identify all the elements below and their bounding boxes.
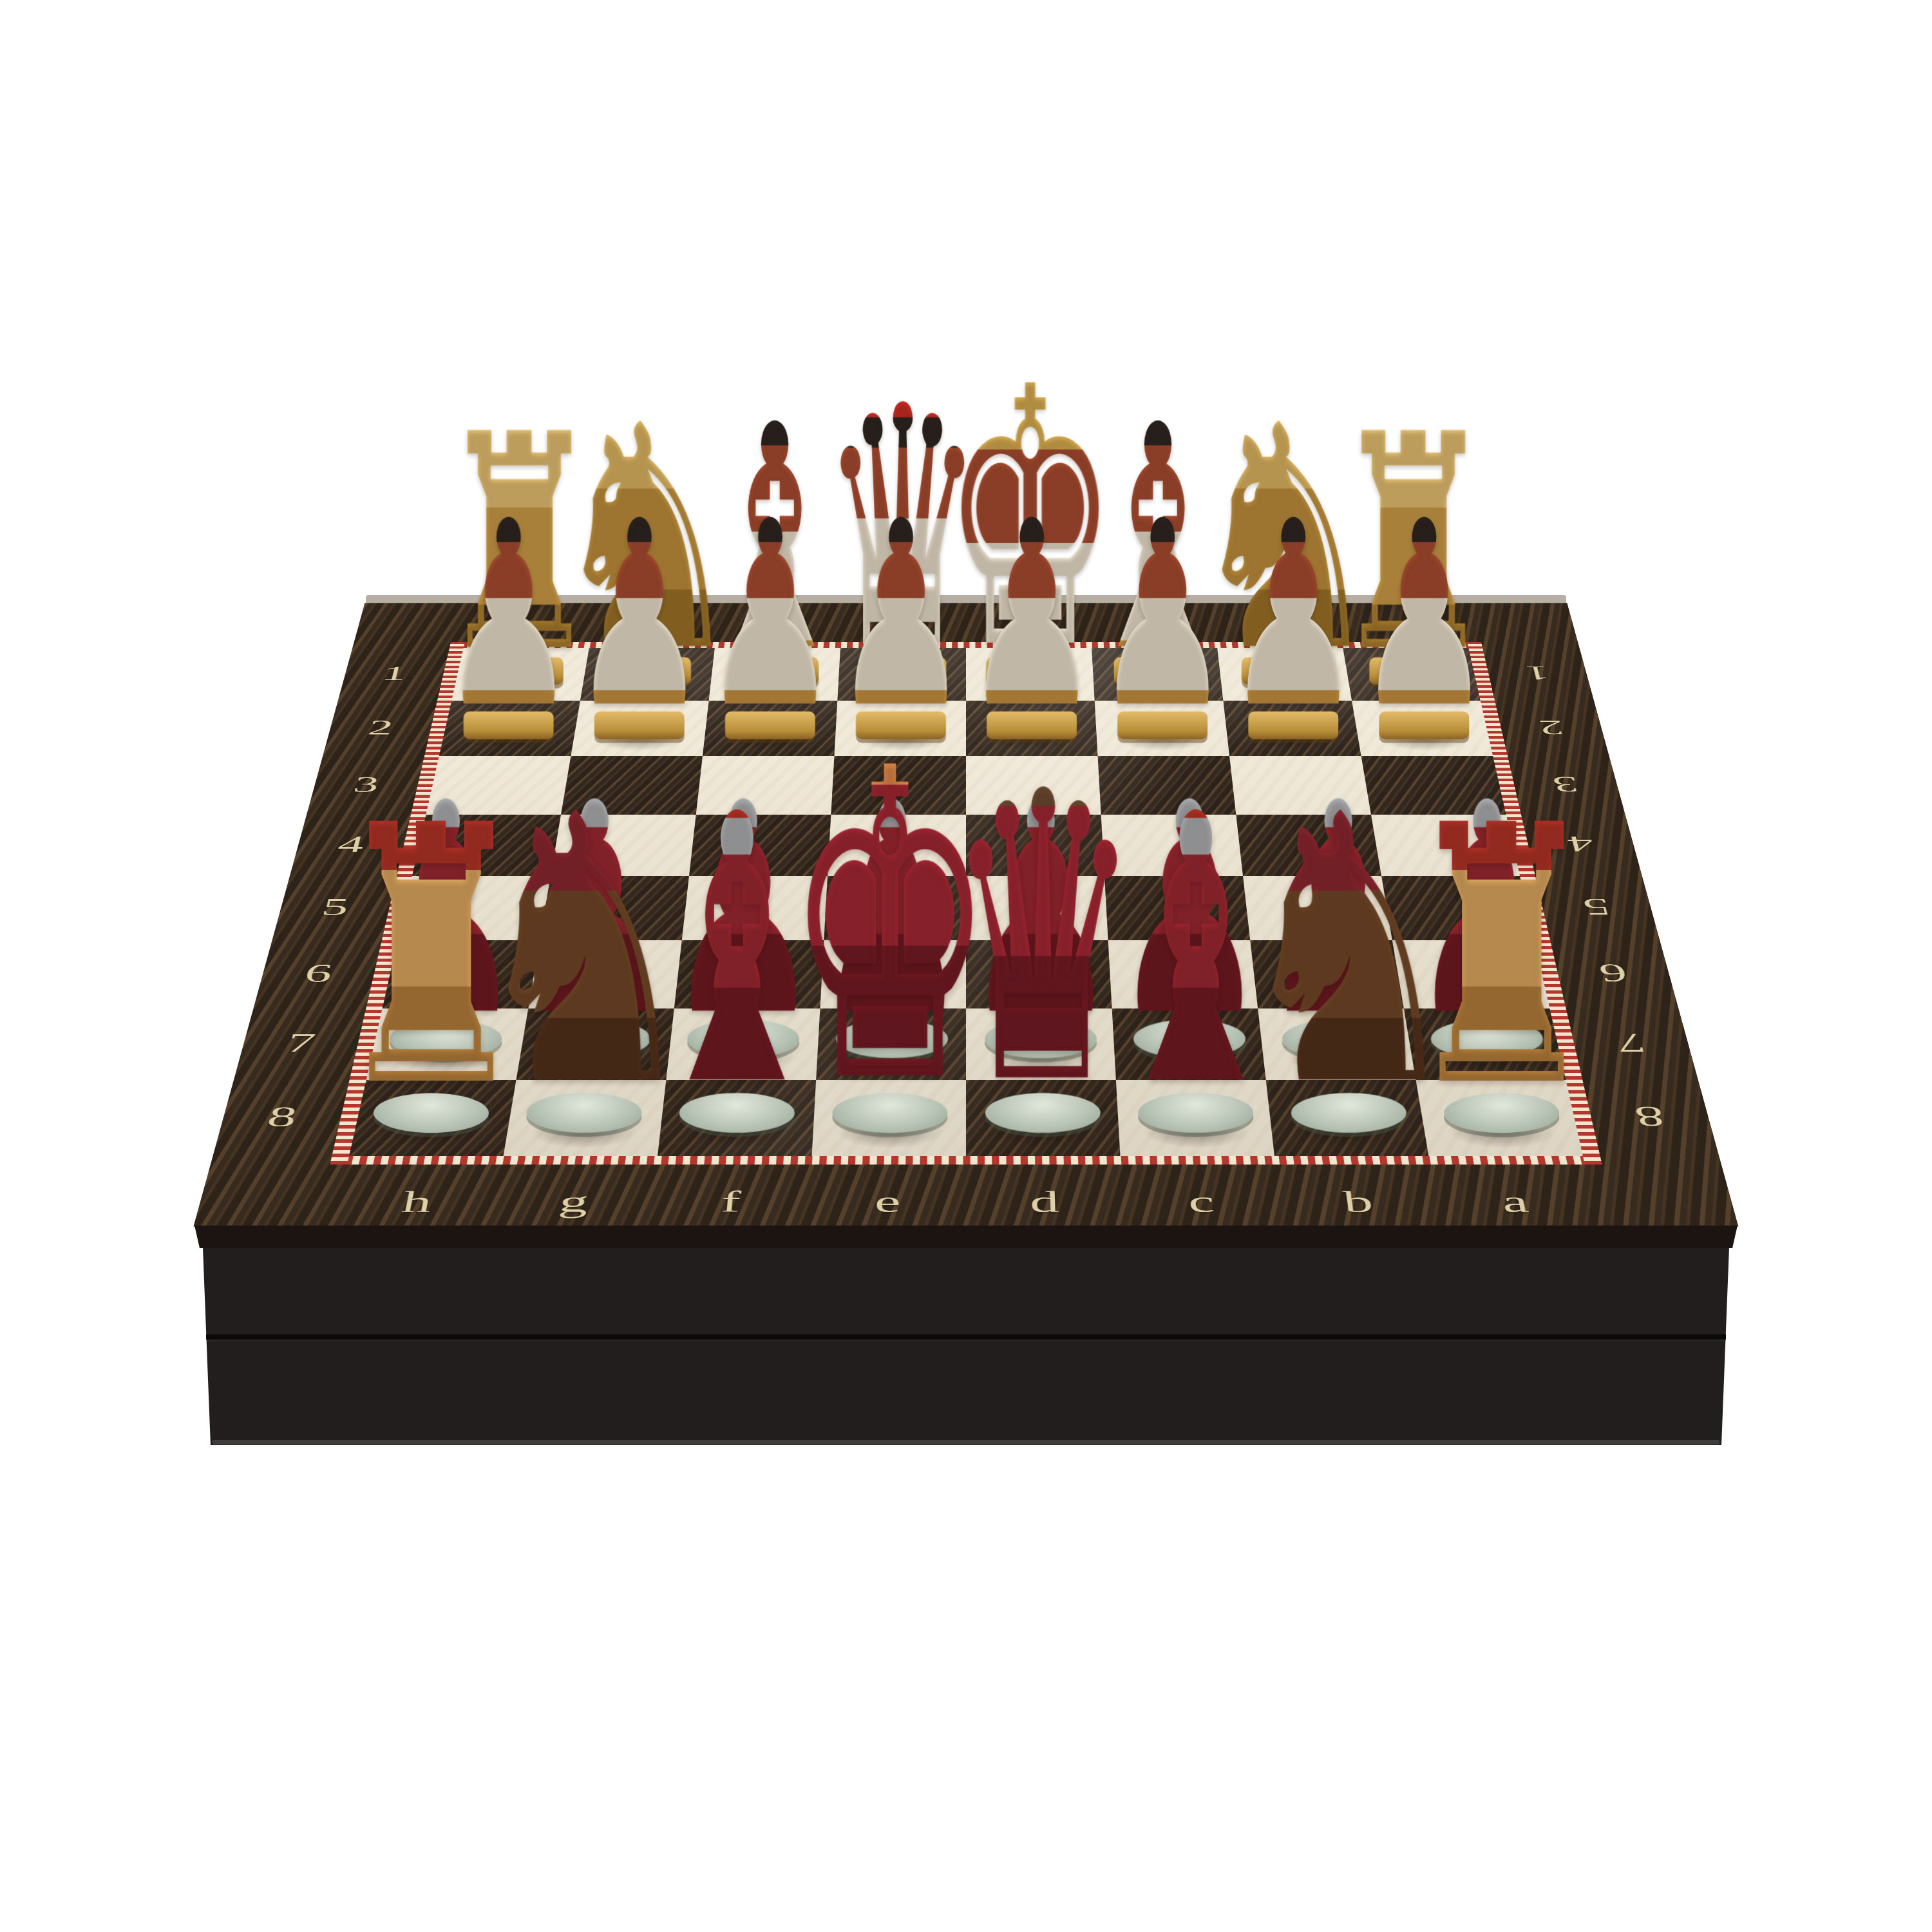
rank-label-right-8: 8 [1587, 1103, 1712, 1131]
knight-glyph: ♞ [1229, 800, 1468, 1103]
piece-roman-bishop-f8: ♝ [637, 800, 836, 1133]
file-label-near-g: g [557, 1187, 591, 1217]
file-label-near-a: a [1499, 1187, 1531, 1217]
box-lid-seam [206, 1334, 1726, 1340]
file-label-near-b: b [1341, 1187, 1375, 1217]
rank-label-right-2: 2 [1499, 717, 1604, 737]
chess-board: 1234567812345678hgfedcba ♜♞♝♛♚♝♞♜♟♟♟♟♟♟♟… [193, 603, 1738, 1226]
square-a1 [1343, 648, 1481, 701]
file-label-near-h: h [400, 1187, 435, 1217]
piece-cell-b8: ♞ [1266, 1080, 1429, 1156]
file-label-near-c: c [1187, 1187, 1215, 1217]
rank-label-right-1: 1 [1486, 663, 1589, 683]
trim-stripe-far [450, 642, 1482, 648]
piece-cell-f8: ♝ [658, 1080, 816, 1156]
bishop-glyph: ♝ [645, 800, 828, 1103]
file-label-near-e: e [874, 1187, 901, 1217]
square-h1 [451, 648, 589, 701]
file-label-near-d: d [1030, 1187, 1060, 1217]
piece-roman-knight-b8: ♞ [1249, 800, 1448, 1133]
square-g1 [580, 648, 715, 701]
rank-label-left-2: 2 [328, 717, 433, 737]
trim-stripe-near [330, 1156, 1602, 1165]
product-photo-scene: 1234567812345678hgfedcba ♜♞♝♛♚♝♞♜♟♟♟♟♟♟♟… [0, 0, 1932, 1932]
file-label-near-f: f [720, 1187, 742, 1217]
rank-label-left-8: 8 [220, 1103, 344, 1131]
rank-label-left-1: 1 [343, 663, 446, 683]
box-bottom-edge [213, 1440, 1719, 1444]
square-b1 [1217, 648, 1352, 701]
square-c1 [1092, 648, 1223, 701]
